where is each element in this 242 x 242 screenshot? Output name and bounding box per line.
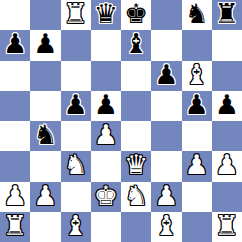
square-d8[interactable]: ♛ — [91, 0, 121, 30]
square-e2[interactable]: ♞ — [121, 182, 151, 212]
square-d3[interactable] — [91, 151, 121, 181]
square-h7[interactable] — [212, 30, 242, 60]
square-a4[interactable] — [0, 121, 30, 151]
square-c4[interactable] — [61, 121, 91, 151]
white-pawn[interactable]: ♟ — [215, 151, 239, 180]
square-e7[interactable]: ♝ — [121, 30, 151, 60]
square-g2[interactable] — [182, 182, 212, 212]
white-pawn[interactable]: ♟ — [154, 182, 178, 211]
black-pawn[interactable]: ♟ — [64, 91, 88, 120]
square-h2[interactable] — [212, 182, 242, 212]
square-a2[interactable]: ♟ — [0, 182, 30, 212]
square-e4[interactable] — [121, 121, 151, 151]
square-f4[interactable] — [151, 121, 181, 151]
square-b8[interactable] — [30, 0, 60, 30]
black-queen[interactable]: ♛ — [94, 0, 118, 29]
square-f5[interactable] — [151, 91, 181, 121]
square-d5[interactable]: ♟ — [91, 91, 121, 121]
chessboard: ♜♛♚♞♜♟♟♝♟♝♟♟♟♟♞♟♞♛♟♟♟♟♚♞♟♜♝♝♜ — [0, 0, 242, 242]
square-c3[interactable]: ♞ — [61, 151, 91, 181]
square-a3[interactable] — [0, 151, 30, 181]
white-bishop[interactable]: ♝ — [185, 61, 209, 90]
square-e6[interactable] — [121, 61, 151, 91]
white-pawn[interactable]: ♟ — [33, 182, 57, 211]
square-b3[interactable] — [30, 151, 60, 181]
white-knight[interactable]: ♞ — [64, 151, 88, 180]
square-c1[interactable]: ♝ — [61, 212, 91, 242]
square-a5[interactable] — [0, 91, 30, 121]
black-pawn[interactable]: ♟ — [154, 61, 178, 90]
square-a6[interactable] — [0, 61, 30, 91]
square-h8[interactable]: ♜ — [212, 0, 242, 30]
square-b5[interactable] — [30, 91, 60, 121]
square-f1[interactable]: ♝ — [151, 212, 181, 242]
square-c7[interactable] — [61, 30, 91, 60]
square-d7[interactable] — [91, 30, 121, 60]
white-queen[interactable]: ♛ — [124, 151, 148, 180]
square-c5[interactable]: ♟ — [61, 91, 91, 121]
square-a8[interactable] — [0, 0, 30, 30]
black-bishop[interactable]: ♝ — [124, 30, 148, 59]
chess-board-window: ♜♛♚♞♜♟♟♝♟♝♟♟♟♟♞♟♞♛♟♟♟♟♚♞♟♜♝♝♜ — [0, 0, 242, 242]
white-rook[interactable]: ♜ — [215, 212, 239, 241]
black-pawn[interactable]: ♟ — [3, 30, 27, 59]
square-a7[interactable]: ♟ — [0, 30, 30, 60]
square-c2[interactable] — [61, 182, 91, 212]
square-b1[interactable] — [30, 212, 60, 242]
black-knight[interactable]: ♞ — [33, 121, 57, 150]
square-e3[interactable]: ♛ — [121, 151, 151, 181]
square-e1[interactable] — [121, 212, 151, 242]
square-b4[interactable]: ♞ — [30, 121, 60, 151]
square-f2[interactable]: ♟ — [151, 182, 181, 212]
square-g8[interactable]: ♞ — [182, 0, 212, 30]
square-g1[interactable] — [182, 212, 212, 242]
square-e5[interactable] — [121, 91, 151, 121]
white-bishop[interactable]: ♝ — [154, 212, 178, 241]
white-knight[interactable]: ♞ — [124, 182, 148, 211]
square-b2[interactable]: ♟ — [30, 182, 60, 212]
black-pawn[interactable]: ♟ — [185, 91, 209, 120]
square-b6[interactable] — [30, 61, 60, 91]
square-g3[interactable]: ♟ — [182, 151, 212, 181]
square-e8[interactable]: ♚ — [121, 0, 151, 30]
white-bishop[interactable]: ♝ — [64, 212, 88, 241]
square-a1[interactable]: ♜ — [0, 212, 30, 242]
square-d6[interactable] — [91, 61, 121, 91]
square-f8[interactable] — [151, 0, 181, 30]
black-pawn[interactable]: ♟ — [33, 30, 57, 59]
white-rook[interactable]: ♜ — [64, 0, 88, 29]
white-pawn[interactable]: ♟ — [3, 182, 27, 211]
square-h4[interactable] — [212, 121, 242, 151]
square-h3[interactable]: ♟ — [212, 151, 242, 181]
square-h1[interactable]: ♜ — [212, 212, 242, 242]
white-pawn[interactable]: ♟ — [94, 121, 118, 150]
white-pawn[interactable]: ♟ — [185, 151, 209, 180]
white-rook[interactable]: ♜ — [3, 212, 27, 241]
black-king[interactable]: ♚ — [124, 0, 148, 29]
square-g6[interactable]: ♝ — [182, 61, 212, 91]
square-d1[interactable] — [91, 212, 121, 242]
black-rook[interactable]: ♜ — [215, 0, 239, 29]
black-pawn[interactable]: ♟ — [94, 91, 118, 120]
black-pawn[interactable]: ♟ — [215, 91, 239, 120]
square-b7[interactable]: ♟ — [30, 30, 60, 60]
square-d2[interactable]: ♚ — [91, 182, 121, 212]
square-d4[interactable]: ♟ — [91, 121, 121, 151]
square-c8[interactable]: ♜ — [61, 0, 91, 30]
square-c6[interactable] — [61, 61, 91, 91]
square-h5[interactable]: ♟ — [212, 91, 242, 121]
square-g4[interactable] — [182, 121, 212, 151]
square-f3[interactable] — [151, 151, 181, 181]
square-g7[interactable] — [182, 30, 212, 60]
square-h6[interactable] — [212, 61, 242, 91]
square-f6[interactable]: ♟ — [151, 61, 181, 91]
black-knight[interactable]: ♞ — [185, 0, 209, 29]
white-king[interactable]: ♚ — [94, 182, 118, 211]
square-g5[interactable]: ♟ — [182, 91, 212, 121]
square-f7[interactable] — [151, 30, 181, 60]
